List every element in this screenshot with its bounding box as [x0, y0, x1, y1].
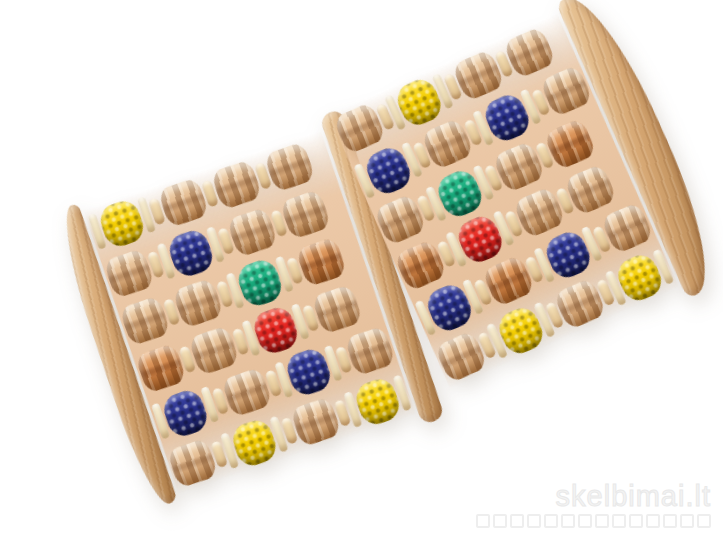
watermark-text: skelbimai.lt: [476, 482, 711, 511]
watermark-square: [561, 514, 575, 528]
watermark-square: [510, 514, 524, 528]
wood-gear-roller: [279, 189, 332, 240]
watermark-square: [578, 514, 592, 528]
wood-gear-roller: [263, 141, 316, 192]
watermark-square: [697, 514, 711, 528]
watermark-square: [595, 514, 609, 528]
watermark-square: [544, 514, 558, 528]
watermark-square: [680, 514, 694, 528]
watermark-square: [629, 514, 643, 528]
wood-gear-roller: [311, 284, 364, 335]
watermark-squares: [476, 514, 711, 528]
product-photo: skelbimai.lt: [0, 0, 723, 546]
wood-gear-roller: [344, 325, 397, 376]
watermark: skelbimai.lt: [476, 482, 711, 528]
watermark-square: [612, 514, 626, 528]
foot-massage-roller: [48, 19, 684, 502]
watermark-square: [493, 514, 507, 528]
copper-gear-roller: [295, 236, 348, 287]
watermark-square: [663, 514, 677, 528]
watermark-square: [646, 514, 660, 528]
watermark-square: [476, 514, 490, 528]
watermark-square: [527, 514, 541, 528]
